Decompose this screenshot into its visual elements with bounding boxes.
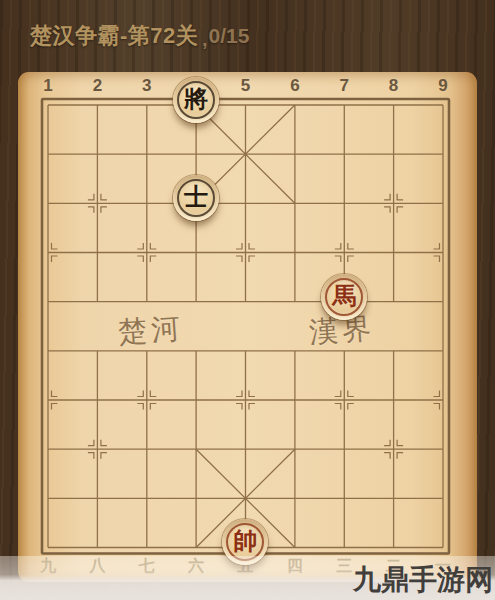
piece-glyph: 馬 — [332, 284, 356, 308]
level-title: 楚汉争霸-第72关 — [30, 21, 198, 51]
piece-red-horse[interactable]: 馬 — [321, 274, 367, 320]
piece-black-advisor[interactable]: 士 — [173, 175, 219, 221]
piece-glyph: 士 — [184, 185, 208, 209]
piece-glyph: 將 — [184, 87, 208, 111]
game-screen: 楚汉争霸-第72关 ,0/15 楚河 漢界 123456789 九八七六五四三二… — [0, 0, 495, 600]
watermark: 九鼎手游网 — [353, 561, 493, 599]
piece-glyph: 帥 — [233, 529, 257, 553]
move-counter-value: 0/15 — [209, 24, 250, 47]
step-icon: , — [202, 28, 208, 51]
piece-black-general[interactable]: 將 — [173, 77, 219, 123]
xiangqi-board[interactable]: 楚河 漢界 123456789 九八七六五四三二一 將士馬帥 — [18, 72, 477, 582]
header: 楚汉争霸-第72关 ,0/15 — [0, 0, 495, 72]
move-counter: ,0/15 — [202, 24, 249, 48]
piece-grid: 將士馬帥 — [23, 80, 467, 572]
